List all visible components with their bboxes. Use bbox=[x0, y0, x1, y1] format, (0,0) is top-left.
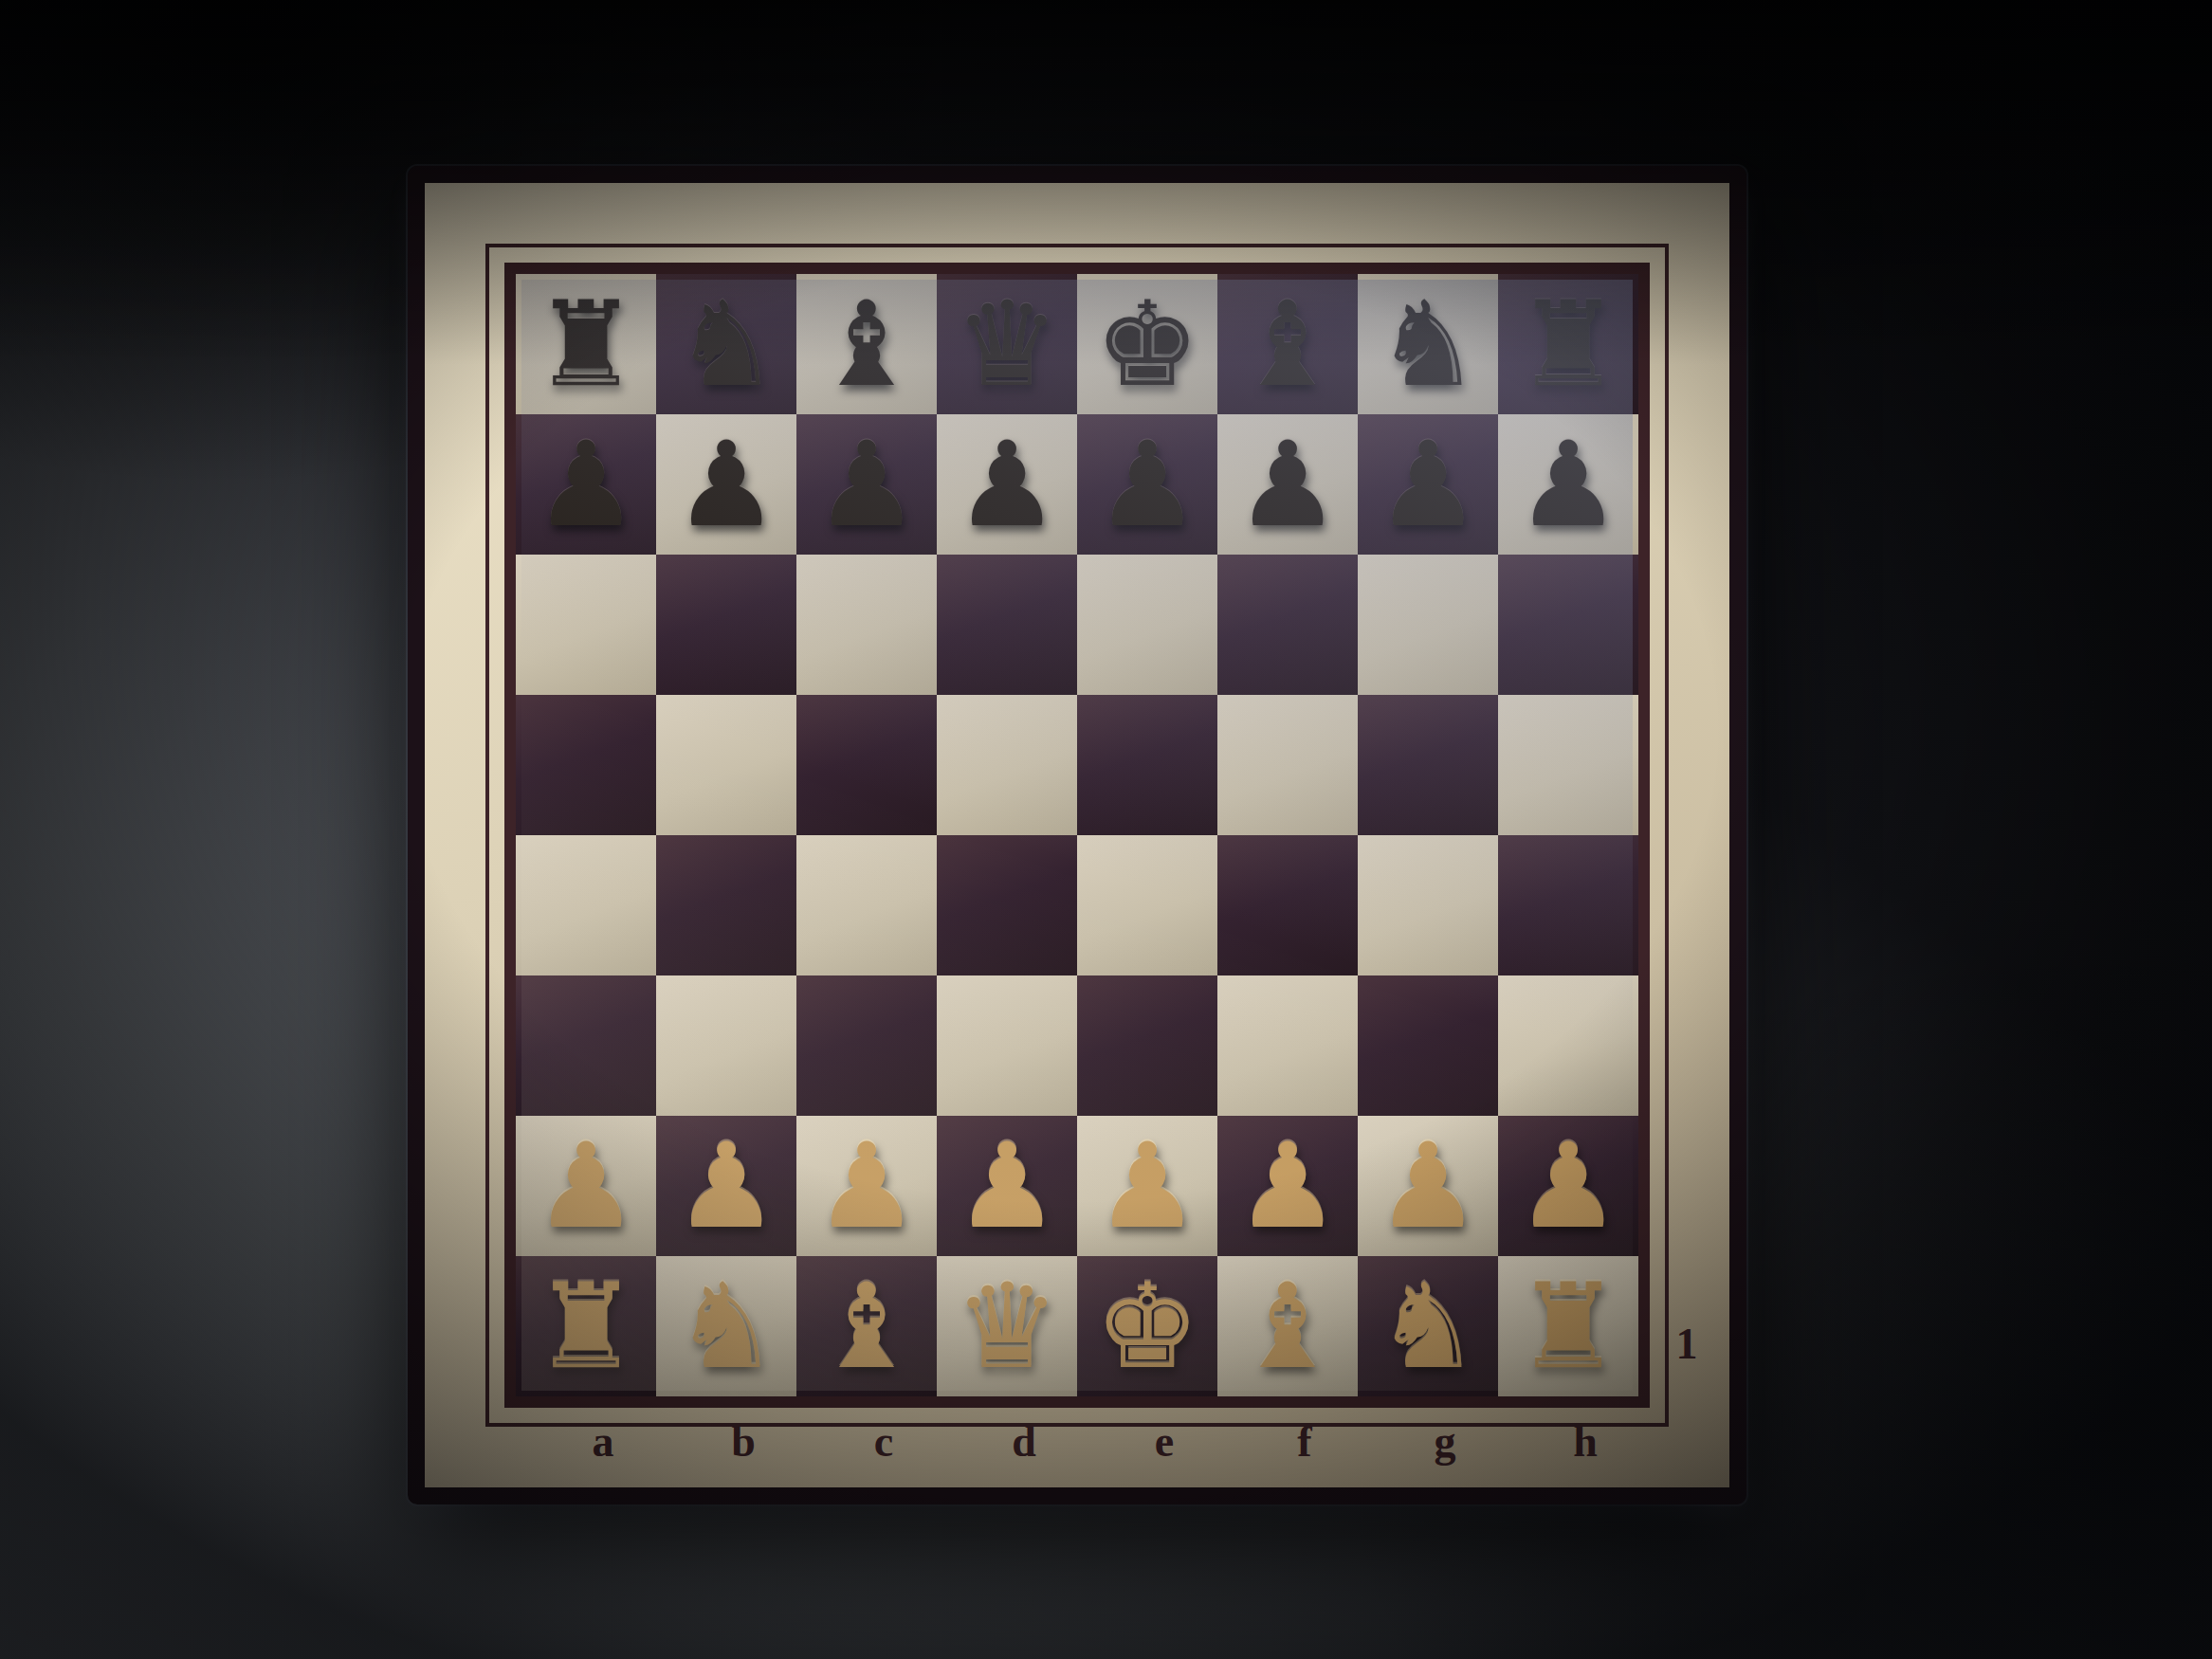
square-c6[interactable] bbox=[796, 555, 937, 695]
rank-labels: 1 bbox=[1659, 291, 1714, 1413]
square-h8[interactable]: ♜ bbox=[1498, 274, 1638, 414]
square-f4[interactable] bbox=[1217, 835, 1358, 975]
square-f8[interactable]: ♝ bbox=[1217, 274, 1358, 414]
square-e6[interactable] bbox=[1077, 555, 1217, 695]
square-b2[interactable]: ♟ bbox=[656, 1116, 796, 1256]
square-f2[interactable]: ♟ bbox=[1217, 1116, 1358, 1256]
square-h5[interactable] bbox=[1498, 695, 1638, 835]
square-a7[interactable]: ♟ bbox=[516, 414, 656, 555]
file-labels: abcdefgh bbox=[533, 1417, 1655, 1467]
piece-white-pawn-b2[interactable]: ♟ bbox=[673, 1116, 778, 1256]
piece-black-knight-g8[interactable]: ♞ bbox=[1375, 274, 1480, 414]
board-grid: ♜♞♝♛♚♝♞♜♟♟♟♟♟♟♟♟♟♟♟♟♟♟♟♟♜♞♝♛♚♝♞♜ bbox=[504, 263, 1650, 1408]
square-e3[interactable] bbox=[1077, 975, 1217, 1116]
rank-label-2 bbox=[1659, 1133, 1714, 1273]
square-g5[interactable] bbox=[1358, 695, 1498, 835]
square-c4[interactable] bbox=[796, 835, 937, 975]
square-h7[interactable]: ♟ bbox=[1498, 414, 1638, 555]
square-e5[interactable] bbox=[1077, 695, 1217, 835]
square-f6[interactable] bbox=[1217, 555, 1358, 695]
piece-black-pawn-d7[interactable]: ♟ bbox=[954, 414, 1059, 555]
file-label-g: g bbox=[1375, 1417, 1515, 1467]
piece-black-knight-b8[interactable]: ♞ bbox=[673, 274, 778, 414]
piece-white-pawn-e2[interactable]: ♟ bbox=[1094, 1116, 1199, 1256]
rank-label-3 bbox=[1659, 993, 1714, 1133]
rank-label-1: 1 bbox=[1659, 1273, 1714, 1413]
square-a4[interactable] bbox=[516, 835, 656, 975]
file-label-e: e bbox=[1094, 1417, 1234, 1467]
square-e1[interactable]: ♚ bbox=[1077, 1256, 1217, 1396]
file-label-f: f bbox=[1234, 1417, 1375, 1467]
square-h1[interactable]: ♜ bbox=[1498, 1256, 1638, 1396]
square-f1[interactable]: ♝ bbox=[1217, 1256, 1358, 1396]
piece-black-king-e8[interactable]: ♚ bbox=[1094, 274, 1199, 414]
square-e4[interactable] bbox=[1077, 835, 1217, 975]
square-a5[interactable] bbox=[516, 695, 656, 835]
square-d6[interactable] bbox=[937, 555, 1077, 695]
square-h6[interactable] bbox=[1498, 555, 1638, 695]
square-g1[interactable]: ♞ bbox=[1358, 1256, 1498, 1396]
square-f7[interactable]: ♟ bbox=[1217, 414, 1358, 555]
square-d7[interactable]: ♟ bbox=[937, 414, 1077, 555]
file-label-a: a bbox=[533, 1417, 673, 1467]
square-b3[interactable] bbox=[656, 975, 796, 1116]
piece-black-pawn-c7[interactable]: ♟ bbox=[814, 414, 919, 555]
piece-white-king-e1[interactable]: ♚ bbox=[1094, 1256, 1199, 1396]
square-e2[interactable]: ♟ bbox=[1077, 1116, 1217, 1256]
piece-black-bishop-c8[interactable]: ♝ bbox=[814, 274, 919, 414]
piece-white-knight-b1[interactable]: ♞ bbox=[673, 1256, 778, 1396]
piece-black-rook-a8[interactable]: ♜ bbox=[533, 274, 638, 414]
piece-white-pawn-g2[interactable]: ♟ bbox=[1375, 1116, 1480, 1256]
square-a8[interactable]: ♜ bbox=[516, 274, 656, 414]
square-g2[interactable]: ♟ bbox=[1358, 1116, 1498, 1256]
square-a3[interactable] bbox=[516, 975, 656, 1116]
square-d1[interactable]: ♛ bbox=[937, 1256, 1077, 1396]
piece-white-pawn-f2[interactable]: ♟ bbox=[1234, 1116, 1340, 1256]
square-d2[interactable]: ♟ bbox=[937, 1116, 1077, 1256]
square-h3[interactable] bbox=[1498, 975, 1638, 1116]
piece-black-pawn-e7[interactable]: ♟ bbox=[1094, 414, 1199, 555]
square-a6[interactable] bbox=[516, 555, 656, 695]
square-d8[interactable]: ♛ bbox=[937, 274, 1077, 414]
piece-white-pawn-a2[interactable]: ♟ bbox=[533, 1116, 638, 1256]
square-h2[interactable]: ♟ bbox=[1498, 1116, 1638, 1256]
file-label-c: c bbox=[814, 1417, 954, 1467]
square-g8[interactable]: ♞ bbox=[1358, 274, 1498, 414]
square-f5[interactable] bbox=[1217, 695, 1358, 835]
piece-black-rook-h8[interactable]: ♜ bbox=[1515, 274, 1620, 414]
square-g3[interactable] bbox=[1358, 975, 1498, 1116]
piece-black-pawn-a7[interactable]: ♟ bbox=[533, 414, 638, 555]
piece-black-queen-d8[interactable]: ♛ bbox=[954, 274, 1059, 414]
square-b6[interactable] bbox=[656, 555, 796, 695]
square-g6[interactable] bbox=[1358, 555, 1498, 695]
piece-white-knight-g1[interactable]: ♞ bbox=[1375, 1256, 1480, 1396]
piece-black-pawn-h7[interactable]: ♟ bbox=[1515, 414, 1620, 555]
square-f3[interactable] bbox=[1217, 975, 1358, 1116]
square-c2[interactable]: ♟ bbox=[796, 1116, 937, 1256]
piece-white-queen-d1[interactable]: ♛ bbox=[954, 1256, 1059, 1396]
square-d4[interactable] bbox=[937, 835, 1077, 975]
square-h4[interactable] bbox=[1498, 835, 1638, 975]
piece-white-rook-a1[interactable]: ♜ bbox=[533, 1256, 638, 1396]
piece-white-bishop-c1[interactable]: ♝ bbox=[814, 1256, 919, 1396]
square-c1[interactable]: ♝ bbox=[796, 1256, 937, 1396]
square-b1[interactable]: ♞ bbox=[656, 1256, 796, 1396]
photo-scene: ♜♞♝♛♚♝♞♜♟♟♟♟♟♟♟♟♟♟♟♟♟♟♟♟♜♞♝♛♚♝♞♜ abcdefg… bbox=[0, 0, 2212, 1659]
rank-label-8 bbox=[1659, 291, 1714, 431]
square-b4[interactable] bbox=[656, 835, 796, 975]
piece-white-pawn-c2[interactable]: ♟ bbox=[814, 1116, 919, 1256]
chess-board: ♜♞♝♛♚♝♞♜♟♟♟♟♟♟♟♟♟♟♟♟♟♟♟♟♜♞♝♛♚♝♞♜ abcdefg… bbox=[408, 166, 1746, 1504]
square-b8[interactable]: ♞ bbox=[656, 274, 796, 414]
piece-white-pawn-h2[interactable]: ♟ bbox=[1515, 1116, 1620, 1256]
piece-white-pawn-d2[interactable]: ♟ bbox=[954, 1116, 1059, 1256]
piece-black-bishop-f8[interactable]: ♝ bbox=[1234, 274, 1340, 414]
file-label-h: h bbox=[1515, 1417, 1655, 1467]
square-e7[interactable]: ♟ bbox=[1077, 414, 1217, 555]
square-a1[interactable]: ♜ bbox=[516, 1256, 656, 1396]
square-e8[interactable]: ♚ bbox=[1077, 274, 1217, 414]
file-label-d: d bbox=[954, 1417, 1094, 1467]
square-c8[interactable]: ♝ bbox=[796, 274, 937, 414]
square-d3[interactable] bbox=[937, 975, 1077, 1116]
file-label-b: b bbox=[673, 1417, 814, 1467]
square-d5[interactable] bbox=[937, 695, 1077, 835]
rank-label-4 bbox=[1659, 852, 1714, 993]
square-a2[interactable]: ♟ bbox=[516, 1116, 656, 1256]
square-c3[interactable] bbox=[796, 975, 937, 1116]
piece-white-bishop-f1[interactable]: ♝ bbox=[1234, 1256, 1340, 1396]
rank-label-5 bbox=[1659, 712, 1714, 852]
rank-label-6 bbox=[1659, 572, 1714, 712]
square-c5[interactable] bbox=[796, 695, 937, 835]
square-b5[interactable] bbox=[656, 695, 796, 835]
square-g4[interactable] bbox=[1358, 835, 1498, 975]
square-b7[interactable]: ♟ bbox=[656, 414, 796, 555]
piece-black-pawn-b7[interactable]: ♟ bbox=[673, 414, 778, 555]
square-g7[interactable]: ♟ bbox=[1358, 414, 1498, 555]
rank-label-7 bbox=[1659, 431, 1714, 572]
square-c7[interactable]: ♟ bbox=[796, 414, 937, 555]
piece-black-pawn-f7[interactable]: ♟ bbox=[1234, 414, 1340, 555]
piece-black-pawn-g7[interactable]: ♟ bbox=[1375, 414, 1480, 555]
piece-white-rook-h1[interactable]: ♜ bbox=[1515, 1256, 1620, 1396]
